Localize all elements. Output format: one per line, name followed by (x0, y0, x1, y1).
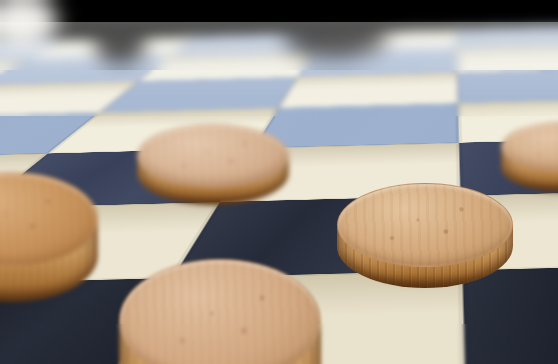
board-square (279, 73, 458, 108)
board-square (457, 68, 558, 103)
board-square (457, 44, 558, 72)
checkers-board (0, 15, 558, 364)
board-square (172, 196, 462, 278)
board-square (253, 103, 459, 148)
camera-tilt-layer (0, 0, 558, 364)
board-square (460, 189, 558, 270)
board-square (220, 143, 461, 202)
checkers-photo-scene (0, 0, 558, 364)
board-square (462, 263, 558, 364)
board-square (458, 99, 558, 143)
board-square (459, 137, 558, 195)
